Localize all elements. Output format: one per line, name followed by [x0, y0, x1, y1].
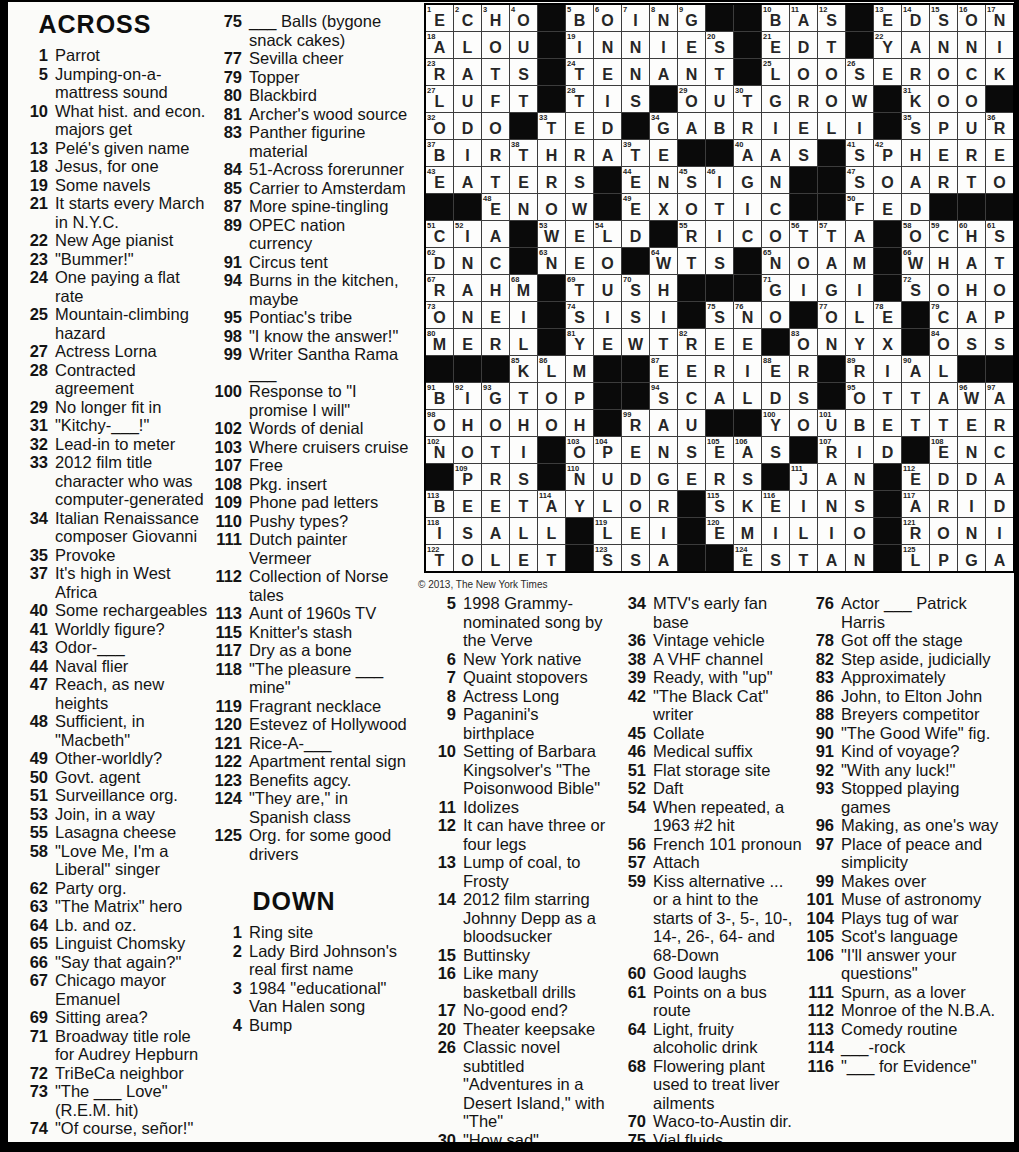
grid-cell-r11c16[interactable]: I: [846, 275, 873, 301]
grid-cell-r9c19[interactable]: 59C: [930, 221, 957, 247]
grid-cell-r12c4[interactable]: I: [510, 302, 537, 328]
grid-cell-r8c11[interactable]: T: [706, 194, 733, 220]
grid-cell-r17c2[interactable]: O: [454, 437, 481, 463]
grid-cell-r4c10[interactable]: 29O: [678, 86, 705, 112]
grid-cell-r19c21[interactable]: D: [986, 491, 1013, 517]
grid-cell-r10c16[interactable]: M: [846, 248, 873, 274]
grid-cell-r1c10[interactable]: 9G: [678, 5, 705, 31]
grid-cell-r18c10[interactable]: E: [678, 464, 705, 490]
grid-cell-r4c1[interactable]: 27L: [426, 86, 453, 112]
grid-cell-r18c21[interactable]: A: [986, 464, 1013, 490]
grid-cell-r2c10[interactable]: E: [678, 32, 705, 58]
grid-cell-r11c18[interactable]: 72S: [902, 275, 929, 301]
grid-cell-r21c5[interactable]: T: [538, 545, 565, 571]
grid-cell-r5c20[interactable]: U: [958, 113, 985, 139]
grid-cell-r15c11[interactable]: A: [706, 383, 733, 409]
grid-cell-r19c3[interactable]: E: [482, 491, 509, 517]
grid-cell-r1c6[interactable]: 5B: [566, 5, 593, 31]
grid-cell-r19c18[interactable]: 117A: [902, 491, 929, 517]
grid-cell-r21c7[interactable]: 123S: [594, 545, 621, 571]
grid-cell-r15c9[interactable]: 94S: [650, 383, 677, 409]
grid-cell-r11c15[interactable]: G: [818, 275, 845, 301]
grid-cell-r15c2[interactable]: 92I: [454, 383, 481, 409]
grid-cell-r16c2[interactable]: H: [454, 410, 481, 436]
grid-cell-r13c3[interactable]: R: [482, 329, 509, 355]
grid-cell-r5c10[interactable]: A: [678, 113, 705, 139]
grid-cell-r14c16[interactable]: 89R: [846, 356, 873, 382]
grid-cell-r11c3[interactable]: H: [482, 275, 509, 301]
grid-cell-r15c14[interactable]: S: [790, 383, 817, 409]
grid-cell-r19c13[interactable]: 116E: [762, 491, 789, 517]
grid-cell-r7c17[interactable]: O: [874, 167, 901, 193]
grid-cell-r7c9[interactable]: N: [650, 167, 677, 193]
grid-cell-r16c20[interactable]: E: [958, 410, 985, 436]
grid-cell-r2c19[interactable]: N: [930, 32, 957, 58]
grid-cell-r17c8[interactable]: E: [622, 437, 649, 463]
grid-cell-r20c7[interactable]: 119L: [594, 518, 621, 544]
grid-cell-r2c11[interactable]: 20S: [706, 32, 733, 58]
grid-cell-r21c13[interactable]: S: [762, 545, 789, 571]
grid-cell-r13c19[interactable]: 84O: [930, 329, 957, 355]
grid-cell-r7c4[interactable]: E: [510, 167, 537, 193]
grid-cell-r5c1[interactable]: 32O: [426, 113, 453, 139]
grid-cell-r10c9[interactable]: 64W: [650, 248, 677, 274]
grid-cell-r21c16[interactable]: N: [846, 545, 873, 571]
grid-cell-r11c14[interactable]: I: [790, 275, 817, 301]
grid-cell-r14c5[interactable]: 86L: [538, 356, 565, 382]
grid-cell-r13c17[interactable]: X: [874, 329, 901, 355]
grid-cell-r12c6[interactable]: 74S: [566, 302, 593, 328]
grid-cell-r12c12[interactable]: 76N: [734, 302, 761, 328]
grid-cell-r9c10[interactable]: 55R: [678, 221, 705, 247]
grid-cell-r7c1[interactable]: 43E: [426, 167, 453, 193]
grid-cell-r12c17[interactable]: 78E: [874, 302, 901, 328]
grid-cell-r12c8[interactable]: S: [622, 302, 649, 328]
grid-cell-r10c5[interactable]: 63N: [538, 248, 565, 274]
grid-cell-r8c17[interactable]: E: [874, 194, 901, 220]
grid-cell-r7c13[interactable]: N: [762, 167, 789, 193]
grid-cell-r2c18[interactable]: A: [902, 32, 929, 58]
grid-cell-r2c7[interactable]: N: [594, 32, 621, 58]
grid-cell-r15c21[interactable]: 97A: [986, 383, 1013, 409]
grid-cell-r16c6[interactable]: H: [566, 410, 593, 436]
grid-cell-r4c16[interactable]: W: [846, 86, 873, 112]
grid-cell-r15c16[interactable]: 95O: [846, 383, 873, 409]
grid-cell-r13c10[interactable]: 82R: [678, 329, 705, 355]
grid-cell-r15c10[interactable]: C: [678, 383, 705, 409]
grid-cell-r20c9[interactable]: I: [650, 518, 677, 544]
grid-cell-r11c8[interactable]: 70S: [622, 275, 649, 301]
grid-cell-r1c18[interactable]: 14D: [902, 5, 929, 31]
grid-cell-r13c12[interactable]: E: [734, 329, 761, 355]
grid-cell-r10c19[interactable]: H: [930, 248, 957, 274]
grid-cell-r11c4[interactable]: 68M: [510, 275, 537, 301]
grid-cell-r17c11[interactable]: 105E: [706, 437, 733, 463]
grid-cell-r5c19[interactable]: P: [930, 113, 957, 139]
grid-cell-r13c2[interactable]: E: [454, 329, 481, 355]
grid-cell-r17c19[interactable]: 108E: [930, 437, 957, 463]
grid-cell-r2c15[interactable]: T: [818, 32, 845, 58]
grid-cell-r17c1[interactable]: 102N: [426, 437, 453, 463]
grid-cell-r18c9[interactable]: G: [650, 464, 677, 490]
grid-cell-r4c18[interactable]: 31K: [902, 86, 929, 112]
grid-cell-r13c4[interactable]: L: [510, 329, 537, 355]
grid-cell-r17c7[interactable]: 104P: [594, 437, 621, 463]
grid-cell-r19c7[interactable]: L: [594, 491, 621, 517]
grid-cell-r6c12[interactable]: 40A: [734, 140, 761, 166]
grid-cell-r20c3[interactable]: A: [482, 518, 509, 544]
grid-cell-r14c12[interactable]: I: [734, 356, 761, 382]
grid-cell-r13c11[interactable]: E: [706, 329, 733, 355]
grid-cell-r17c4[interactable]: I: [510, 437, 537, 463]
grid-cell-r14c9[interactable]: 87E: [650, 356, 677, 382]
grid-cell-r11c9[interactable]: H: [650, 275, 677, 301]
grid-cell-r6c20[interactable]: R: [958, 140, 985, 166]
grid-cell-r7c11[interactable]: 46I: [706, 167, 733, 193]
grid-cell-r8c18[interactable]: D: [902, 194, 929, 220]
grid-cell-r18c3[interactable]: R: [482, 464, 509, 490]
grid-cell-r12c9[interactable]: I: [650, 302, 677, 328]
grid-cell-r1c2[interactable]: 2C: [454, 5, 481, 31]
grid-cell-r15c19[interactable]: A: [930, 383, 957, 409]
grid-cell-r19c9[interactable]: R: [650, 491, 677, 517]
grid-cell-r17c15[interactable]: 107R: [818, 437, 845, 463]
grid-cell-r10c11[interactable]: S: [706, 248, 733, 274]
grid-cell-r6c3[interactable]: R: [482, 140, 509, 166]
grid-cell-r13c14[interactable]: 83O: [790, 329, 817, 355]
grid-cell-r10c6[interactable]: E: [566, 248, 593, 274]
grid-cell-r19c1[interactable]: 113B: [426, 491, 453, 517]
grid-cell-r20c16[interactable]: O: [846, 518, 873, 544]
grid-cell-r20c12[interactable]: M: [734, 518, 761, 544]
grid-cell-r14c10[interactable]: E: [678, 356, 705, 382]
grid-cell-r5c16[interactable]: I: [846, 113, 873, 139]
grid-cell-r15c18[interactable]: T: [902, 383, 929, 409]
grid-cell-r17c20[interactable]: N: [958, 437, 985, 463]
grid-cell-r2c3[interactable]: O: [482, 32, 509, 58]
grid-cell-r16c8[interactable]: 99R: [622, 410, 649, 436]
grid-cell-r7c16[interactable]: 47S: [846, 167, 873, 193]
grid-cell-r2c20[interactable]: N: [958, 32, 985, 58]
grid-cell-r12c11[interactable]: 75S: [706, 302, 733, 328]
grid-cell-r18c18[interactable]: 112E: [902, 464, 929, 490]
grid-cell-r17c10[interactable]: S: [678, 437, 705, 463]
grid-cell-r7c5[interactable]: R: [538, 167, 565, 193]
grid-cell-r7c2[interactable]: A: [454, 167, 481, 193]
grid-cell-r19c4[interactable]: T: [510, 491, 537, 517]
grid-cell-r5c2[interactable]: D: [454, 113, 481, 139]
grid-cell-r6c5[interactable]: H: [538, 140, 565, 166]
grid-cell-r6c4[interactable]: 38T: [510, 140, 537, 166]
grid-cell-r4c20[interactable]: O: [958, 86, 985, 112]
grid-cell-r3c10[interactable]: N: [678, 59, 705, 85]
grid-cell-r3c11[interactable]: T: [706, 59, 733, 85]
grid-cell-r3c1[interactable]: 23R: [426, 59, 453, 85]
grid-cell-r4c11[interactable]: U: [706, 86, 733, 112]
grid-cell-r7c8[interactable]: 44E: [622, 167, 649, 193]
grid-cell-r1c13[interactable]: 10B: [762, 5, 789, 31]
grid-cell-r5c14[interactable]: E: [790, 113, 817, 139]
grid-cell-r18c12[interactable]: S: [734, 464, 761, 490]
grid-cell-r21c21[interactable]: A: [986, 545, 1013, 571]
grid-cell-r19c15[interactable]: N: [818, 491, 845, 517]
grid-cell-r1c8[interactable]: 7I: [622, 5, 649, 31]
grid-cell-r19c8[interactable]: O: [622, 491, 649, 517]
grid-cell-r16c4[interactable]: H: [510, 410, 537, 436]
grid-cell-r3c20[interactable]: C: [958, 59, 985, 85]
grid-cell-r6c14[interactable]: S: [790, 140, 817, 166]
grid-cell-r8c6[interactable]: W: [566, 194, 593, 220]
grid-cell-r20c13[interactable]: I: [762, 518, 789, 544]
grid-cell-r10c2[interactable]: N: [454, 248, 481, 274]
grid-cell-r20c19[interactable]: O: [930, 518, 957, 544]
grid-cell-r16c10[interactable]: U: [678, 410, 705, 436]
grid-cell-r3c18[interactable]: R: [902, 59, 929, 85]
grid-cell-r15c20[interactable]: 96W: [958, 383, 985, 409]
grid-cell-r14c14[interactable]: R: [790, 356, 817, 382]
grid-cell-r1c21[interactable]: 17N: [986, 5, 1013, 31]
grid-cell-r8c4[interactable]: N: [510, 194, 537, 220]
grid-cell-r9c16[interactable]: A: [846, 221, 873, 247]
grid-cell-r17c17[interactable]: D: [874, 437, 901, 463]
grid-cell-r11c2[interactable]: A: [454, 275, 481, 301]
grid-cell-r9c6[interactable]: E: [566, 221, 593, 247]
grid-cell-r6c9[interactable]: E: [650, 140, 677, 166]
grid-cell-r7c19[interactable]: R: [930, 167, 957, 193]
grid-cell-r21c20[interactable]: G: [958, 545, 985, 571]
grid-cell-r4c7[interactable]: I: [594, 86, 621, 112]
grid-cell-r14c13[interactable]: 88E: [762, 356, 789, 382]
grid-cell-r13c8[interactable]: W: [622, 329, 649, 355]
grid-cell-r9c18[interactable]: 58O: [902, 221, 929, 247]
grid-cell-r3c21[interactable]: K: [986, 59, 1013, 85]
grid-cell-r12c16[interactable]: L: [846, 302, 873, 328]
grid-cell-r19c2[interactable]: E: [454, 491, 481, 517]
grid-cell-r7c18[interactable]: A: [902, 167, 929, 193]
grid-cell-r3c2[interactable]: A: [454, 59, 481, 85]
grid-cell-r18c8[interactable]: D: [622, 464, 649, 490]
grid-cell-r2c4[interactable]: U: [510, 32, 537, 58]
grid-cell-r7c6[interactable]: S: [566, 167, 593, 193]
grid-cell-r12c2[interactable]: N: [454, 302, 481, 328]
grid-cell-r6c1[interactable]: 37B: [426, 140, 453, 166]
grid-cell-r9c3[interactable]: A: [482, 221, 509, 247]
grid-cell-r15c3[interactable]: 93G: [482, 383, 509, 409]
grid-cell-r14c19[interactable]: L: [930, 356, 957, 382]
grid-cell-r3c15[interactable]: O: [818, 59, 845, 85]
grid-cell-r20c11[interactable]: 120E: [706, 518, 733, 544]
grid-cell-r21c2[interactable]: O: [454, 545, 481, 571]
grid-cell-r9c7[interactable]: 54L: [594, 221, 621, 247]
grid-cell-r5c3[interactable]: O: [482, 113, 509, 139]
grid-cell-r15c4[interactable]: T: [510, 383, 537, 409]
grid-cell-r6c17[interactable]: 42P: [874, 140, 901, 166]
grid-cell-r5c21[interactable]: 36R: [986, 113, 1013, 139]
grid-cell-r9c12[interactable]: C: [734, 221, 761, 247]
grid-cell-r15c1[interactable]: 91B: [426, 383, 453, 409]
grid-cell-r3c4[interactable]: S: [510, 59, 537, 85]
grid-cell-r20c21[interactable]: I: [986, 518, 1013, 544]
grid-cell-r15c12[interactable]: L: [734, 383, 761, 409]
grid-cell-r14c17[interactable]: I: [874, 356, 901, 382]
grid-cell-r1c15[interactable]: 12S: [818, 5, 845, 31]
grid-cell-r10c21[interactable]: T: [986, 248, 1013, 274]
grid-cell-r13c16[interactable]: Y: [846, 329, 873, 355]
grid-cell-r21c3[interactable]: L: [482, 545, 509, 571]
grid-cell-r7c20[interactable]: T: [958, 167, 985, 193]
grid-cell-r16c18[interactable]: T: [902, 410, 929, 436]
grid-cell-r9c5[interactable]: 53W: [538, 221, 565, 247]
grid-cell-r9c1[interactable]: 51C: [426, 221, 453, 247]
grid-cell-r5c15[interactable]: L: [818, 113, 845, 139]
grid-cell-r20c4[interactable]: L: [510, 518, 537, 544]
grid-cell-r16c1[interactable]: 98O: [426, 410, 453, 436]
grid-cell-r19c19[interactable]: R: [930, 491, 957, 517]
grid-cell-r1c9[interactable]: 8N: [650, 5, 677, 31]
grid-cell-r8c3[interactable]: 48E: [482, 194, 509, 220]
grid-cell-r2c13[interactable]: 21E: [762, 32, 789, 58]
grid-cell-r12c1[interactable]: 73O: [426, 302, 453, 328]
grid-cell-r16c15[interactable]: 101U: [818, 410, 845, 436]
grid-cell-r13c1[interactable]: 80M: [426, 329, 453, 355]
grid-cell-r10c15[interactable]: A: [818, 248, 845, 274]
grid-cell-r5c13[interactable]: I: [762, 113, 789, 139]
grid-cell-r4c13[interactable]: G: [762, 86, 789, 112]
grid-cell-r8c13[interactable]: C: [762, 194, 789, 220]
grid-cell-r2c2[interactable]: L: [454, 32, 481, 58]
grid-cell-r16c14[interactable]: O: [790, 410, 817, 436]
grid-cell-r17c13[interactable]: S: [762, 437, 789, 463]
grid-cell-r11c6[interactable]: 69T: [566, 275, 593, 301]
grid-cell-r13c20[interactable]: S: [958, 329, 985, 355]
grid-cell-r16c3[interactable]: O: [482, 410, 509, 436]
grid-cell-r6c13[interactable]: A: [762, 140, 789, 166]
grid-cell-r11c7[interactable]: U: [594, 275, 621, 301]
grid-cell-r19c20[interactable]: I: [958, 491, 985, 517]
grid-cell-r10c1[interactable]: 62D: [426, 248, 453, 274]
grid-cell-r9c21[interactable]: 61S: [986, 221, 1013, 247]
grid-cell-r7c3[interactable]: T: [482, 167, 509, 193]
grid-cell-r19c5[interactable]: 114A: [538, 491, 565, 517]
grid-cell-r10c10[interactable]: T: [678, 248, 705, 274]
grid-cell-r11c13[interactable]: 71G: [762, 275, 789, 301]
grid-cell-r20c14[interactable]: L: [790, 518, 817, 544]
grid-cell-r8c10[interactable]: O: [678, 194, 705, 220]
grid-cell-r18c11[interactable]: R: [706, 464, 733, 490]
grid-cell-r9c20[interactable]: 60H: [958, 221, 985, 247]
grid-cell-r16c5[interactable]: O: [538, 410, 565, 436]
grid-cell-r14c6[interactable]: M: [566, 356, 593, 382]
grid-cell-r4c19[interactable]: O: [930, 86, 957, 112]
grid-cell-r18c7[interactable]: U: [594, 464, 621, 490]
grid-cell-r16c21[interactable]: R: [986, 410, 1013, 436]
grid-cell-r11c1[interactable]: 67R: [426, 275, 453, 301]
grid-cell-r6c2[interactable]: I: [454, 140, 481, 166]
grid-cell-r1c20[interactable]: 16O: [958, 5, 985, 31]
grid-cell-r8c9[interactable]: X: [650, 194, 677, 220]
grid-cell-r10c7[interactable]: O: [594, 248, 621, 274]
grid-cell-r7c21[interactable]: O: [986, 167, 1013, 193]
grid-cell-r21c18[interactable]: 125L: [902, 545, 929, 571]
grid-cell-r19c6[interactable]: Y: [566, 491, 593, 517]
grid-cell-r13c9[interactable]: T: [650, 329, 677, 355]
grid-cell-r17c3[interactable]: T: [482, 437, 509, 463]
grid-cell-r14c18[interactable]: 90A: [902, 356, 929, 382]
grid-cell-r15c5[interactable]: O: [538, 383, 565, 409]
grid-cell-r3c17[interactable]: E: [874, 59, 901, 85]
grid-cell-r1c3[interactable]: 3H: [482, 5, 509, 31]
grid-cell-r12c20[interactable]: A: [958, 302, 985, 328]
grid-cell-r8c8[interactable]: 49E: [622, 194, 649, 220]
grid-cell-r17c9[interactable]: N: [650, 437, 677, 463]
grid-cell-r21c9[interactable]: A: [650, 545, 677, 571]
grid-cell-r1c17[interactable]: 13E: [874, 5, 901, 31]
grid-cell-r15c6[interactable]: P: [566, 383, 593, 409]
grid-cell-r17c6[interactable]: 103O: [566, 437, 593, 463]
grid-cell-r19c14[interactable]: I: [790, 491, 817, 517]
grid-cell-r4c4[interactable]: T: [510, 86, 537, 112]
grid-cell-r2c14[interactable]: D: [790, 32, 817, 58]
grid-cell-r3c16[interactable]: 26S: [846, 59, 873, 85]
grid-cell-r13c21[interactable]: S: [986, 329, 1013, 355]
grid-cell-r7c10[interactable]: 45S: [678, 167, 705, 193]
grid-cell-r8c5[interactable]: O: [538, 194, 565, 220]
grid-cell-r18c14[interactable]: 111J: [790, 464, 817, 490]
grid-cell-r19c16[interactable]: S: [846, 491, 873, 517]
grid-cell-r16c16[interactable]: B: [846, 410, 873, 436]
grid-cell-r4c3[interactable]: F: [482, 86, 509, 112]
grid-cell-r10c13[interactable]: 65N: [762, 248, 789, 274]
grid-cell-r18c4[interactable]: S: [510, 464, 537, 490]
grid-cell-r19c12[interactable]: K: [734, 491, 761, 517]
grid-cell-r13c6[interactable]: 81Y: [566, 329, 593, 355]
grid-cell-r13c15[interactable]: N: [818, 329, 845, 355]
grid-cell-r14c4[interactable]: 85K: [510, 356, 537, 382]
grid-cell-r21c15[interactable]: A: [818, 545, 845, 571]
grid-cell-r7c12[interactable]: G: [734, 167, 761, 193]
grid-cell-r17c12[interactable]: 106A: [734, 437, 761, 463]
grid-cell-r9c8[interactable]: D: [622, 221, 649, 247]
grid-cell-r21c12[interactable]: 124E: [734, 545, 761, 571]
grid-cell-r12c15[interactable]: 77O: [818, 302, 845, 328]
grid-cell-r6c7[interactable]: A: [594, 140, 621, 166]
grid-cell-r16c19[interactable]: T: [930, 410, 957, 436]
grid-cell-r11c20[interactable]: H: [958, 275, 985, 301]
grid-cell-r9c13[interactable]: O: [762, 221, 789, 247]
grid-cell-r8c12[interactable]: I: [734, 194, 761, 220]
grid-cell-r11c21[interactable]: O: [986, 275, 1013, 301]
grid-cell-r9c2[interactable]: 52I: [454, 221, 481, 247]
grid-cell-r4c14[interactable]: R: [790, 86, 817, 112]
grid-cell-r20c2[interactable]: S: [454, 518, 481, 544]
grid-cell-r18c6[interactable]: 110N: [566, 464, 593, 490]
grid-cell-r8c16[interactable]: 50F: [846, 194, 873, 220]
grid-cell-r3c7[interactable]: E: [594, 59, 621, 85]
grid-cell-r20c8[interactable]: E: [622, 518, 649, 544]
grid-cell-r4c12[interactable]: 30T: [734, 86, 761, 112]
grid-cell-r13c7[interactable]: E: [594, 329, 621, 355]
grid-cell-r2c17[interactable]: 22Y: [874, 32, 901, 58]
grid-cell-r2c9[interactable]: I: [650, 32, 677, 58]
grid-cell-r20c18[interactable]: 121R: [902, 518, 929, 544]
grid-cell-r21c8[interactable]: S: [622, 545, 649, 571]
grid-cell-r5c18[interactable]: 35S: [902, 113, 929, 139]
grid-cell-r17c16[interactable]: I: [846, 437, 873, 463]
grid-cell-r19c11[interactable]: 115S: [706, 491, 733, 517]
grid-cell-r12c7[interactable]: I: [594, 302, 621, 328]
grid-cell-r21c19[interactable]: P: [930, 545, 957, 571]
grid-cell-r17c21[interactable]: C: [986, 437, 1013, 463]
